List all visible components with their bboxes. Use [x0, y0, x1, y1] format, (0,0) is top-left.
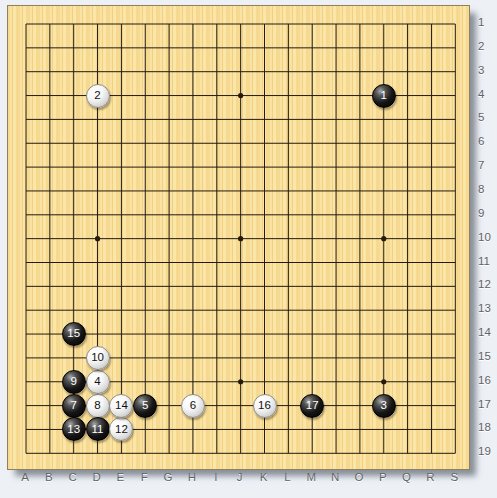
- move-number: 1: [381, 90, 387, 102]
- row-label-12: 12: [478, 278, 497, 292]
- row-label-8: 8: [478, 183, 497, 197]
- column-label-H: H: [181, 471, 203, 483]
- column-label-B: B: [38, 471, 60, 483]
- hoshi-point: [381, 379, 386, 384]
- move-number: 15: [67, 328, 80, 340]
- move-number: 7: [70, 400, 76, 412]
- column-label-Q: Q: [396, 471, 418, 483]
- row-label-18: 18: [478, 421, 497, 435]
- column-label-E: E: [109, 471, 131, 483]
- move-number: 11: [92, 424, 104, 436]
- row-label-7: 7: [478, 159, 497, 173]
- column-label-F: F: [133, 471, 155, 483]
- row-label-10: 10: [478, 231, 497, 245]
- row-label-14: 14: [478, 326, 497, 340]
- stone-white-4-D16: 4: [86, 370, 110, 394]
- column-label-N: N: [324, 471, 346, 483]
- move-number: 5: [142, 400, 148, 412]
- column-label-O: O: [348, 471, 370, 483]
- row-label-11: 11: [478, 255, 497, 269]
- move-number: 4: [94, 376, 100, 388]
- column-label-P: P: [372, 471, 394, 483]
- move-number: 3: [381, 400, 387, 412]
- stone-black-9-C16: 9: [62, 370, 86, 394]
- row-label-13: 13: [478, 302, 497, 316]
- stone-white-14-E17: 14: [109, 394, 133, 418]
- row-label-15: 15: [478, 350, 497, 364]
- stone-white-16-K17: 16: [253, 394, 277, 418]
- stone-white-6-H17: 6: [181, 394, 205, 418]
- stone-white-2-D4: 2: [86, 84, 110, 108]
- stone-black-5-F17: 5: [133, 394, 157, 418]
- row-label-5: 5: [478, 111, 497, 125]
- column-label-K: K: [253, 471, 275, 483]
- row-label-16: 16: [478, 374, 497, 388]
- move-number: 8: [94, 400, 100, 412]
- row-label-3: 3: [478, 64, 497, 78]
- row-label-2: 2: [478, 40, 497, 54]
- stone-white-8-D17: 8: [86, 394, 110, 418]
- column-label-L: L: [276, 471, 298, 483]
- go-board[interactable]: 1234567891011121314151617: [7, 5, 470, 470]
- hoshi-point: [238, 93, 243, 98]
- column-label-I: I: [205, 471, 227, 483]
- row-label-17: 17: [478, 398, 497, 412]
- move-number: 2: [94, 90, 100, 102]
- move-number: 17: [306, 400, 319, 412]
- column-label-S: S: [443, 471, 465, 483]
- column-label-C: C: [62, 471, 84, 483]
- row-label-19: 19: [478, 445, 497, 459]
- move-number: 12: [115, 424, 128, 436]
- column-label-D: D: [86, 471, 108, 483]
- move-number: 16: [258, 400, 271, 412]
- hoshi-point: [238, 379, 243, 384]
- column-label-R: R: [419, 471, 441, 483]
- column-label-J: J: [229, 471, 251, 483]
- column-label-M: M: [300, 471, 322, 483]
- hoshi-point: [381, 236, 386, 241]
- column-label-G: G: [157, 471, 179, 483]
- move-number: 6: [190, 400, 196, 412]
- stone-white-10-D15: 10: [86, 346, 110, 370]
- row-label-6: 6: [478, 135, 497, 149]
- stone-black-11-D18: 11: [86, 417, 110, 441]
- move-number: 13: [67, 424, 80, 436]
- move-number: 9: [70, 376, 76, 388]
- hoshi-point: [238, 236, 243, 241]
- move-number: 14: [115, 400, 128, 412]
- stone-black-17-M17: 17: [300, 394, 324, 418]
- stone-black-3-P17: 3: [372, 394, 396, 418]
- stone-black-1-P4: 1: [372, 84, 396, 108]
- row-label-9: 9: [478, 207, 497, 221]
- row-label-4: 4: [478, 88, 497, 102]
- move-number: 10: [91, 352, 104, 364]
- stone-black-7-C17: 7: [62, 394, 86, 418]
- column-label-A: A: [14, 471, 36, 483]
- row-label-1: 1: [478, 16, 497, 30]
- stone-black-15-C14: 15: [62, 322, 86, 346]
- stone-black-13-C18: 13: [62, 417, 86, 441]
- hoshi-point: [95, 236, 100, 241]
